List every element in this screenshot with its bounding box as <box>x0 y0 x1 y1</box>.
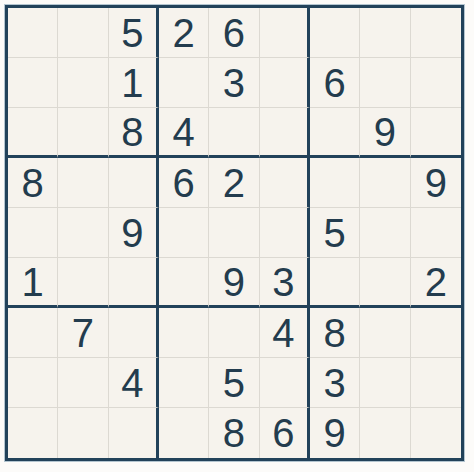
sudoku-cell-r5c6[interactable] <box>260 208 310 258</box>
given-digit: 4 <box>121 363 143 403</box>
given-digit: 6 <box>173 163 195 203</box>
sudoku-cell-r4c5[interactable]: 2 <box>209 158 259 208</box>
sudoku-cell-r3c5[interactable] <box>209 108 259 158</box>
given-digit: 4 <box>173 112 195 152</box>
sudoku-cell-r1c2[interactable] <box>58 8 108 58</box>
sudoku-cell-r5c3[interactable]: 9 <box>109 208 159 258</box>
given-digit: 5 <box>324 213 346 253</box>
given-digit: 2 <box>173 13 195 53</box>
sudoku-cell-r9c3[interactable] <box>109 408 159 458</box>
sudoku-board: 5261368498629951932748453869 <box>5 5 464 461</box>
sudoku-cell-r7c4[interactable] <box>159 308 209 358</box>
given-digit: 3 <box>223 63 245 103</box>
sudoku-cell-r9c6[interactable]: 6 <box>260 408 310 458</box>
sudoku-cell-r3c7[interactable] <box>310 108 360 158</box>
sudoku-cell-r9c8[interactable] <box>360 408 410 458</box>
sudoku-cell-r1c7[interactable] <box>310 8 360 58</box>
sudoku-cell-r8c2[interactable] <box>58 358 108 408</box>
sudoku-cell-r2c7[interactable]: 6 <box>310 58 360 108</box>
given-digit: 8 <box>121 112 143 152</box>
sudoku-cell-r6c5[interactable]: 9 <box>209 258 259 308</box>
sudoku-cell-r8c1[interactable] <box>8 358 58 408</box>
sudoku-cell-r5c7[interactable]: 5 <box>310 208 360 258</box>
sudoku-cell-r7c5[interactable] <box>209 308 259 358</box>
sudoku-cell-r1c6[interactable] <box>260 8 310 58</box>
given-digit: 2 <box>425 262 447 302</box>
sudoku-cell-r3c3[interactable]: 8 <box>109 108 159 158</box>
given-digit: 2 <box>223 163 245 203</box>
sudoku-cell-r3c1[interactable] <box>8 108 58 158</box>
given-digit: 9 <box>121 213 143 253</box>
sudoku-cell-r6c7[interactable] <box>310 258 360 308</box>
given-digit: 3 <box>272 262 294 302</box>
sudoku-cell-r5c1[interactable] <box>8 208 58 258</box>
sudoku-cell-r4c4[interactable]: 6 <box>159 158 209 208</box>
given-digit: 9 <box>425 163 447 203</box>
sudoku-cell-r3c9[interactable] <box>411 108 461 158</box>
sudoku-cell-r1c3[interactable]: 5 <box>109 8 159 58</box>
sudoku-cell-r7c6[interactable]: 4 <box>260 308 310 358</box>
sudoku-cell-r8c4[interactable] <box>159 358 209 408</box>
sudoku-cell-r8c9[interactable] <box>411 358 461 408</box>
sudoku-cell-r7c8[interactable] <box>360 308 410 358</box>
sudoku-cell-r8c5[interactable]: 5 <box>209 358 259 408</box>
sudoku-cell-r8c3[interactable]: 4 <box>109 358 159 408</box>
given-digit: 7 <box>72 313 94 353</box>
sudoku-cell-r2c2[interactable] <box>58 58 108 108</box>
given-digit: 8 <box>324 313 346 353</box>
sudoku-cell-r4c3[interactable] <box>109 158 159 208</box>
sudoku-cell-r8c6[interactable] <box>260 358 310 408</box>
sudoku-cell-r7c7[interactable]: 8 <box>310 308 360 358</box>
sudoku-cell-r1c4[interactable]: 2 <box>159 8 209 58</box>
given-digit: 9 <box>223 262 245 302</box>
sudoku-cell-r9c9[interactable] <box>411 408 461 458</box>
given-digit: 6 <box>272 413 294 453</box>
given-digit: 9 <box>324 413 346 453</box>
sudoku-cell-r9c1[interactable] <box>8 408 58 458</box>
sudoku-cell-r9c4[interactable] <box>159 408 209 458</box>
sudoku-cell-r9c2[interactable] <box>58 408 108 458</box>
sudoku-cell-r6c2[interactable] <box>58 258 108 308</box>
sudoku-page: 5261368498629951932748453869 <box>0 0 474 472</box>
sudoku-cell-r5c8[interactable] <box>360 208 410 258</box>
sudoku-cell-r3c4[interactable]: 4 <box>159 108 209 158</box>
sudoku-cell-r5c5[interactable] <box>209 208 259 258</box>
sudoku-cell-r6c3[interactable] <box>109 258 159 308</box>
sudoku-cell-r6c1[interactable]: 1 <box>8 258 58 308</box>
sudoku-cell-r1c9[interactable] <box>411 8 461 58</box>
sudoku-cell-r7c1[interactable] <box>8 308 58 358</box>
sudoku-cell-r1c1[interactable] <box>8 8 58 58</box>
given-digit: 3 <box>324 363 346 403</box>
sudoku-cell-r4c6[interactable] <box>260 158 310 208</box>
sudoku-cell-r4c7[interactable] <box>310 158 360 208</box>
sudoku-cell-r3c2[interactable] <box>58 108 108 158</box>
given-digit: 6 <box>223 13 245 53</box>
sudoku-cell-r2c4[interactable] <box>159 58 209 108</box>
sudoku-cell-r9c5[interactable]: 8 <box>209 408 259 458</box>
given-digit: 6 <box>324 63 346 103</box>
sudoku-cell-r5c4[interactable] <box>159 208 209 258</box>
sudoku-cell-r6c4[interactable] <box>159 258 209 308</box>
given-digit: 8 <box>22 163 44 203</box>
sudoku-cell-r8c7[interactable]: 3 <box>310 358 360 408</box>
given-digit: 1 <box>121 63 143 103</box>
sudoku-cell-r4c9[interactable]: 9 <box>411 158 461 208</box>
sudoku-cell-r4c8[interactable] <box>360 158 410 208</box>
sudoku-cell-r7c2[interactable]: 7 <box>58 308 108 358</box>
sudoku-cell-r2c5[interactable]: 3 <box>209 58 259 108</box>
sudoku-cell-r2c9[interactable] <box>411 58 461 108</box>
sudoku-cell-r8c8[interactable] <box>360 358 410 408</box>
sudoku-cell-r5c9[interactable] <box>411 208 461 258</box>
given-digit: 4 <box>272 313 294 353</box>
sudoku-cell-r2c8[interactable] <box>360 58 410 108</box>
sudoku-cell-r7c9[interactable] <box>411 308 461 358</box>
given-digit: 8 <box>223 413 245 453</box>
sudoku-cell-r1c5[interactable]: 6 <box>209 8 259 58</box>
sudoku-cell-r4c1[interactable]: 8 <box>8 158 58 208</box>
given-digit: 5 <box>121 13 143 53</box>
given-digit: 9 <box>374 112 396 152</box>
sudoku-cell-r5c2[interactable] <box>58 208 108 258</box>
sudoku-cell-r6c6[interactable]: 3 <box>260 258 310 308</box>
sudoku-cell-r2c3[interactable]: 1 <box>109 58 159 108</box>
sudoku-cell-r3c6[interactable] <box>260 108 310 158</box>
sudoku-cell-r6c8[interactable] <box>360 258 410 308</box>
sudoku-cell-r3c8[interactable]: 9 <box>360 108 410 158</box>
sudoku-cell-r6c9[interactable]: 2 <box>411 258 461 308</box>
sudoku-cell-r1c8[interactable] <box>360 8 410 58</box>
sudoku-cell-r7c3[interactable] <box>109 308 159 358</box>
sudoku-cell-r2c1[interactable] <box>8 58 58 108</box>
sudoku-cell-r9c7[interactable]: 9 <box>310 408 360 458</box>
sudoku-cell-r2c6[interactable] <box>260 58 310 108</box>
given-digit: 5 <box>223 363 245 403</box>
given-digit: 1 <box>22 262 44 302</box>
sudoku-cell-r4c2[interactable] <box>58 158 108 208</box>
